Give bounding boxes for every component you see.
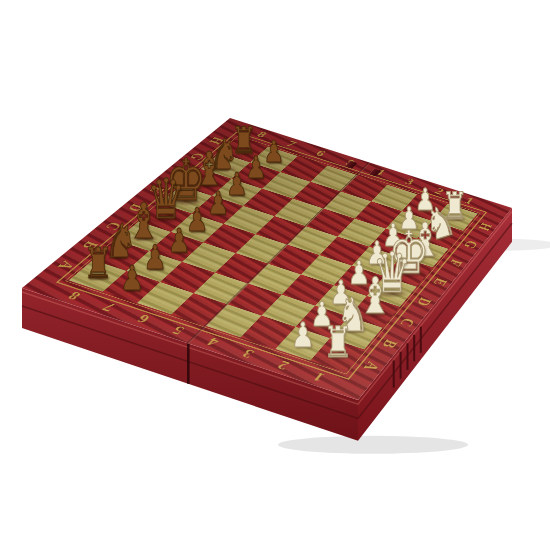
pieces-layer: ♜♟♞♟♝♟♚♟♟♜♛♟♟♞♝♟♟♝♞♟♟♚♜♟♟♛♟♝♟♞♟♜ <box>0 0 550 550</box>
piece-black-pawn-b7[interactable]: ♟ <box>143 241 167 275</box>
piece-black-pawn-g7[interactable]: ♟ <box>245 153 266 184</box>
piece-white-pawn-a2[interactable]: ♟ <box>291 318 315 353</box>
piece-black-pawn-e7[interactable]: ♟ <box>207 186 229 218</box>
piece-black-pawn-h7[interactable]: ♟ <box>264 138 285 168</box>
piece-black-pawn-c7[interactable]: ♟ <box>168 223 191 256</box>
piece-black-rook-a8[interactable]: ♜ <box>83 243 113 285</box>
piece-black-pawn-a7[interactable]: ♟ <box>120 261 144 295</box>
piece-black-pawn-f7[interactable]: ♟ <box>226 170 248 201</box>
piece-white-rook-a1[interactable]: ♜ <box>322 321 352 364</box>
chess-set-photo: 88AA77BB66CC55DD44EE33FF22GG11HH ♜♟♞♟♝♟♚… <box>0 0 550 550</box>
